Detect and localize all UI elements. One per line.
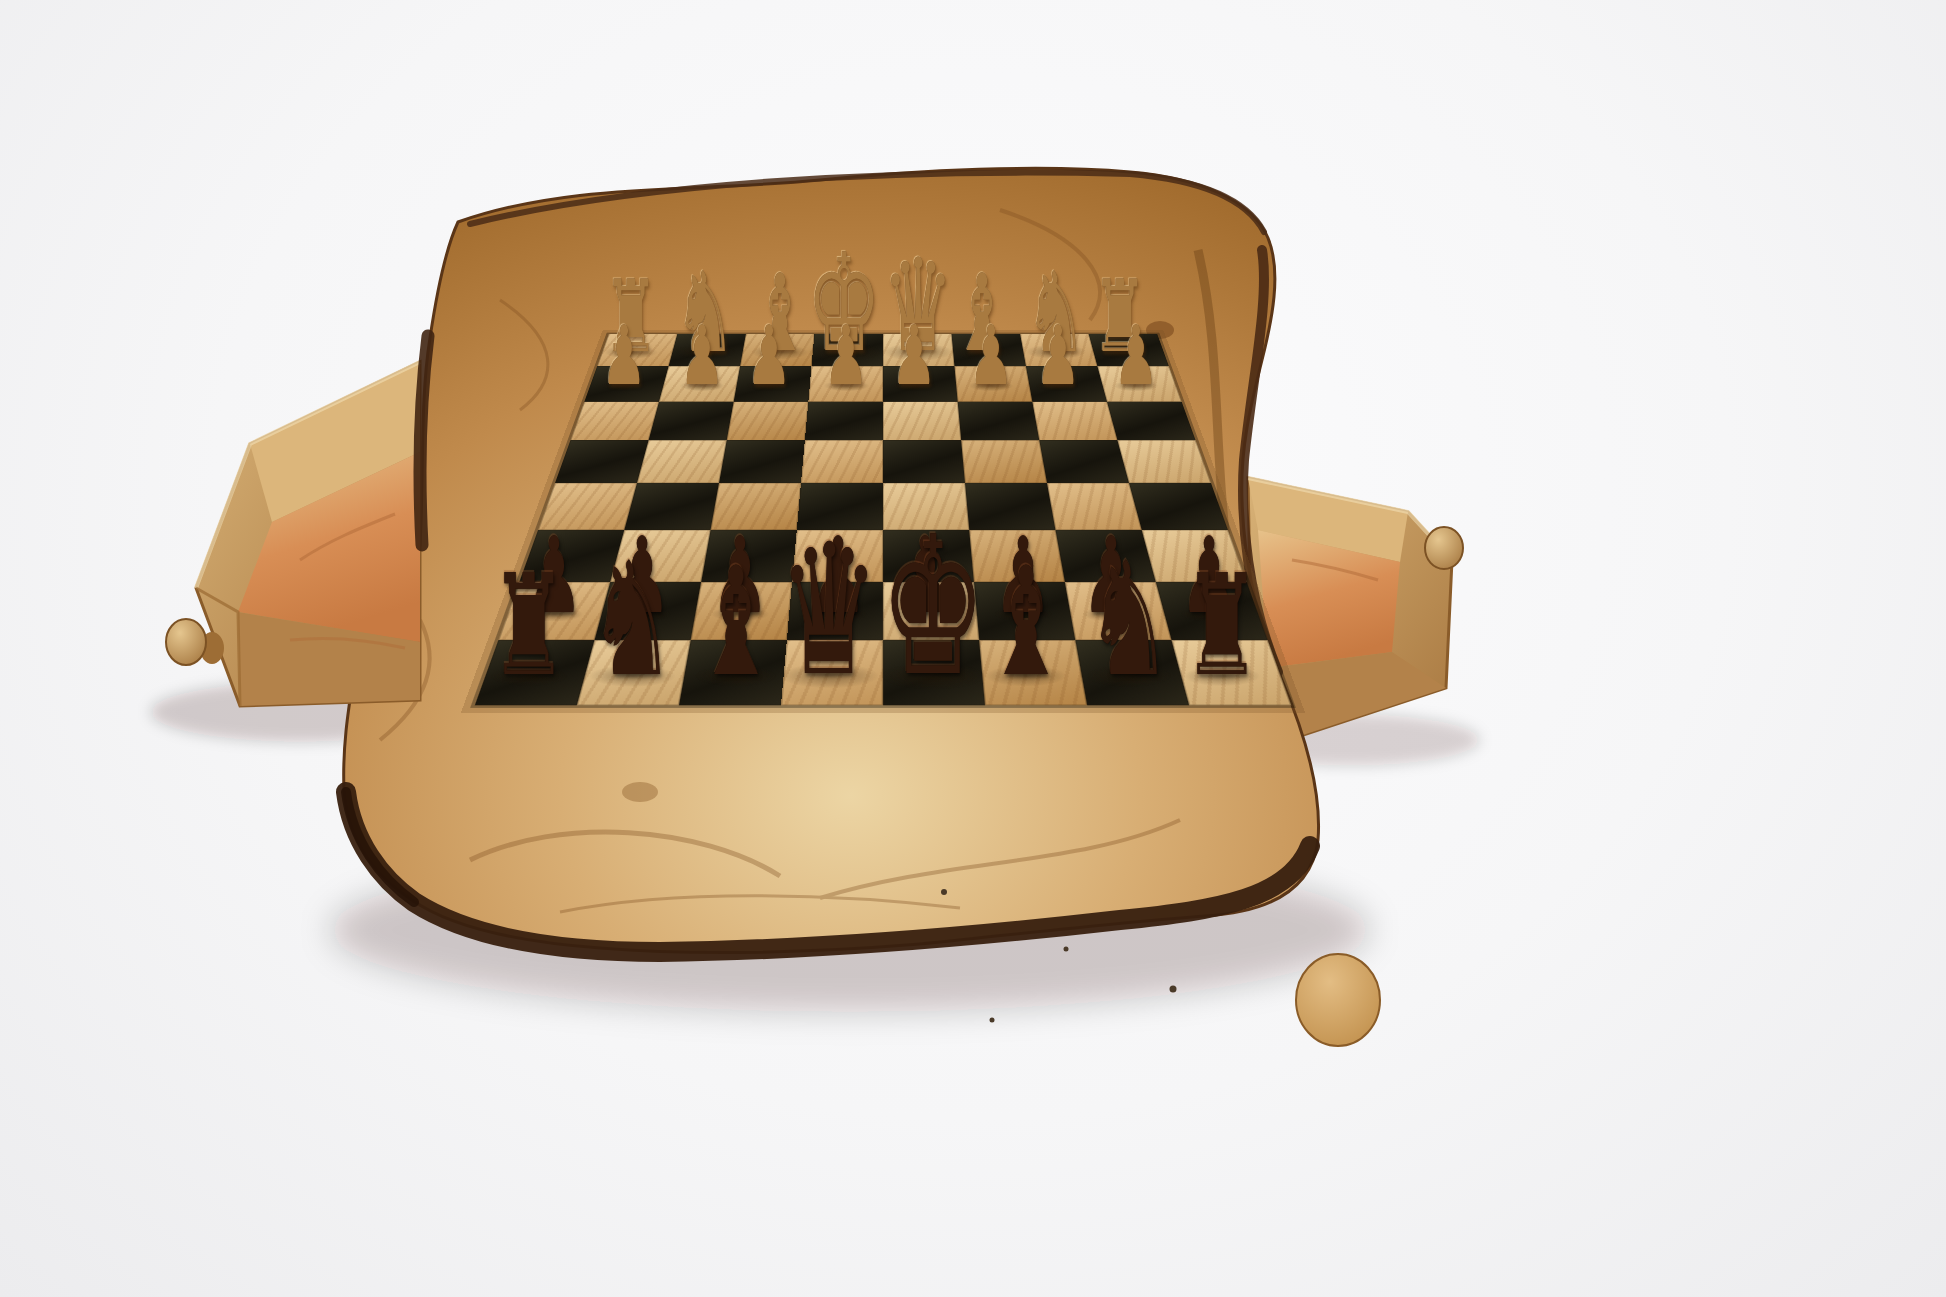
square-b3	[1032, 402, 1117, 441]
square-h2	[584, 366, 668, 401]
square-g3	[649, 402, 734, 441]
square-a4	[1117, 440, 1211, 483]
square-g8	[577, 640, 691, 705]
square-g7	[594, 582, 701, 640]
square-e3	[805, 402, 883, 441]
square-d1	[883, 334, 954, 367]
square-g6	[610, 530, 710, 582]
square-b7	[1065, 582, 1172, 640]
left-drawer-knob	[166, 619, 206, 665]
square-f8	[679, 640, 787, 705]
square-b1	[1020, 334, 1097, 367]
board-foot	[1296, 954, 1380, 1046]
square-d3	[883, 402, 961, 441]
square-a6	[1142, 530, 1247, 582]
square-f1	[740, 334, 814, 367]
square-e5	[797, 483, 883, 530]
bark-strip-left	[420, 336, 428, 545]
square-h7	[498, 582, 610, 640]
square-b4	[1039, 440, 1129, 483]
square-h3	[570, 402, 659, 441]
square-a1	[1089, 334, 1169, 367]
square-f6	[701, 530, 797, 582]
chess-board	[470, 333, 1296, 708]
square-g1	[669, 334, 746, 367]
square-c5	[965, 483, 1055, 530]
square-d2	[883, 366, 958, 401]
square-a7	[1156, 582, 1268, 640]
square-c2	[954, 366, 1032, 401]
square-a3	[1107, 402, 1196, 441]
square-e8	[781, 640, 883, 705]
square-b2	[1026, 366, 1107, 401]
square-f7	[691, 582, 792, 640]
square-h8	[475, 640, 595, 705]
square-g2	[659, 366, 740, 401]
square-f3	[727, 402, 809, 441]
square-h5	[538, 483, 637, 530]
square-e7	[787, 582, 883, 640]
square-c4	[961, 440, 1047, 483]
square-d4	[883, 440, 965, 483]
square-c6	[969, 530, 1065, 582]
square-c1	[952, 334, 1026, 367]
square-a5	[1129, 483, 1228, 530]
wood-knot	[622, 782, 658, 802]
square-d6	[883, 530, 974, 582]
right-drawer-knob	[1425, 527, 1463, 569]
square-d7	[883, 582, 979, 640]
square-h4	[555, 440, 649, 483]
square-b6	[1055, 530, 1155, 582]
square-e6	[792, 530, 883, 582]
square-a2	[1097, 366, 1181, 401]
square-h1	[597, 334, 677, 367]
square-f2	[734, 366, 812, 401]
square-h6	[519, 530, 624, 582]
square-c7	[974, 582, 1075, 640]
square-c3	[958, 402, 1040, 441]
square-f4	[719, 440, 805, 483]
square-a8	[1172, 640, 1292, 705]
square-e4	[801, 440, 883, 483]
square-d5	[883, 483, 969, 530]
square-d8	[883, 640, 985, 705]
square-e2	[808, 366, 883, 401]
square-g4	[637, 440, 727, 483]
square-b5	[1047, 483, 1142, 530]
scene: ♜♞♝♚♛♝♞♜♟♟♟♟♟♟♟♟♟♟♟♟♟♟♟♟♜♞♝♛♚♝♞♜	[0, 0, 1946, 1297]
square-e1	[812, 334, 883, 367]
square-f5	[711, 483, 801, 530]
square-g5	[624, 483, 719, 530]
square-c8	[979, 640, 1087, 705]
left-drawer	[166, 362, 420, 706]
square-b8	[1075, 640, 1189, 705]
